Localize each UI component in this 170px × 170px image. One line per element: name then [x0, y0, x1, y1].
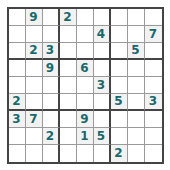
- given-digit: 5: [114, 95, 122, 107]
- cell-r1c1[interactable]: [9, 9, 26, 26]
- given-digit: 5: [131, 44, 139, 56]
- cell-r5c8[interactable]: [128, 77, 145, 94]
- given-digit: 6: [80, 62, 88, 74]
- cell-r9c8[interactable]: [128, 145, 145, 162]
- cell-r9c2[interactable]: [26, 145, 43, 162]
- cell-r6c9[interactable]: 3: [145, 94, 162, 111]
- cell-r2c3[interactable]: [43, 26, 60, 43]
- given-digit: 9: [29, 11, 37, 23]
- cell-r3c3[interactable]: 3: [43, 43, 60, 60]
- cell-r7c2[interactable]: 7: [26, 111, 43, 128]
- cell-r1c6[interactable]: [94, 9, 111, 26]
- cell-r5c9[interactable]: [145, 77, 162, 94]
- cell-r7c4[interactable]: [60, 111, 77, 128]
- cell-r4c9[interactable]: [145, 60, 162, 77]
- cell-r4c1[interactable]: [9, 60, 26, 77]
- cell-r3c6[interactable]: [94, 43, 111, 60]
- cell-r5c6[interactable]: 3: [94, 77, 111, 94]
- cell-r7c7[interactable]: [111, 111, 128, 128]
- given-digit: 2: [12, 95, 20, 107]
- cell-r1c7[interactable]: [111, 9, 128, 26]
- cell-r3c2[interactable]: 2: [26, 43, 43, 60]
- cell-r4c8[interactable]: [128, 60, 145, 77]
- cell-r4c2[interactable]: [26, 60, 43, 77]
- cell-r6c7[interactable]: 5: [111, 94, 128, 111]
- given-digit: 2: [46, 130, 54, 142]
- cell-r7c3[interactable]: [43, 111, 60, 128]
- given-digit: 2: [114, 147, 122, 159]
- cell-r3c7[interactable]: [111, 43, 128, 60]
- given-digit: 9: [80, 113, 88, 125]
- cell-r4c3[interactable]: 9: [43, 60, 60, 77]
- cell-r7c8[interactable]: [128, 111, 145, 128]
- given-digit: 3: [12, 113, 20, 125]
- cell-r7c9[interactable]: [145, 111, 162, 128]
- cell-r3c5[interactable]: [77, 43, 94, 60]
- cell-r3c4[interactable]: [60, 43, 77, 60]
- cell-r2c4[interactable]: [60, 26, 77, 43]
- cell-r5c1[interactable]: [9, 77, 26, 94]
- cell-r2c1[interactable]: [9, 26, 26, 43]
- cell-r7c1[interactable]: 3: [9, 111, 26, 128]
- cell-r5c3[interactable]: [43, 77, 60, 94]
- given-digit: 3: [46, 44, 54, 56]
- cell-r9c6[interactable]: [94, 145, 111, 162]
- given-digit: 7: [149, 28, 157, 40]
- cell-r5c5[interactable]: [77, 77, 94, 94]
- cell-r3c8[interactable]: 5: [128, 43, 145, 60]
- cell-r8c2[interactable]: [26, 128, 43, 145]
- cell-r9c7[interactable]: 2: [111, 145, 128, 162]
- cell-r5c7[interactable]: [111, 77, 128, 94]
- cell-r5c2[interactable]: [26, 77, 43, 94]
- given-digit: 1: [80, 130, 88, 142]
- cell-r6c3[interactable]: [43, 94, 60, 111]
- cell-r4c4[interactable]: [60, 60, 77, 77]
- cell-r8c4[interactable]: [60, 128, 77, 145]
- cell-r2c5[interactable]: [77, 26, 94, 43]
- cell-r1c8[interactable]: [128, 9, 145, 26]
- given-digit: 3: [149, 95, 157, 107]
- cell-r4c5[interactable]: 6: [77, 60, 94, 77]
- cell-r8c1[interactable]: [9, 128, 26, 145]
- sudoku-board: 92472359632533792152: [7, 7, 164, 164]
- cell-r2c6[interactable]: 4: [94, 26, 111, 43]
- cell-r1c4[interactable]: 2: [60, 9, 77, 26]
- cell-r8c9[interactable]: [145, 128, 162, 145]
- cell-r7c5[interactable]: 9: [77, 111, 94, 128]
- cell-r8c5[interactable]: 1: [77, 128, 94, 145]
- cell-r4c6[interactable]: [94, 60, 111, 77]
- cell-r9c5[interactable]: [77, 145, 94, 162]
- given-digit: 3: [97, 79, 105, 91]
- cell-r8c3[interactable]: 2: [43, 128, 60, 145]
- cell-r2c7[interactable]: [111, 26, 128, 43]
- given-digit: 7: [29, 113, 37, 125]
- given-digit: 5: [97, 130, 105, 142]
- cell-r9c3[interactable]: [43, 145, 60, 162]
- cell-r8c7[interactable]: [111, 128, 128, 145]
- cell-r7c6[interactable]: [94, 111, 111, 128]
- cell-r1c3[interactable]: [43, 9, 60, 26]
- cell-r8c6[interactable]: 5: [94, 128, 111, 145]
- given-digit: 2: [29, 44, 37, 56]
- cell-r6c6[interactable]: [94, 94, 111, 111]
- cell-r2c8[interactable]: [128, 26, 145, 43]
- cell-r3c9[interactable]: [145, 43, 162, 60]
- cell-r2c9[interactable]: 7: [145, 26, 162, 43]
- given-digit: 9: [46, 62, 54, 74]
- cell-r2c2[interactable]: [26, 26, 43, 43]
- cell-r1c5[interactable]: [77, 9, 94, 26]
- cell-r6c5[interactable]: [77, 94, 94, 111]
- cell-r1c9[interactable]: [145, 9, 162, 26]
- cell-r6c2[interactable]: [26, 94, 43, 111]
- cell-r6c1[interactable]: 2: [9, 94, 26, 111]
- cell-r6c4[interactable]: [60, 94, 77, 111]
- cell-r1c2[interactable]: 9: [26, 9, 43, 26]
- cell-r4c7[interactable]: [111, 60, 128, 77]
- cell-r9c9[interactable]: [145, 145, 162, 162]
- cell-r9c4[interactable]: [60, 145, 77, 162]
- cell-r9c1[interactable]: [9, 145, 26, 162]
- given-digit: 4: [97, 28, 105, 40]
- cell-r5c4[interactable]: [60, 77, 77, 94]
- cell-r8c8[interactable]: [128, 128, 145, 145]
- given-digit: 2: [63, 11, 71, 23]
- cell-r6c8[interactable]: [128, 94, 145, 111]
- cell-r3c1[interactable]: [9, 43, 26, 60]
